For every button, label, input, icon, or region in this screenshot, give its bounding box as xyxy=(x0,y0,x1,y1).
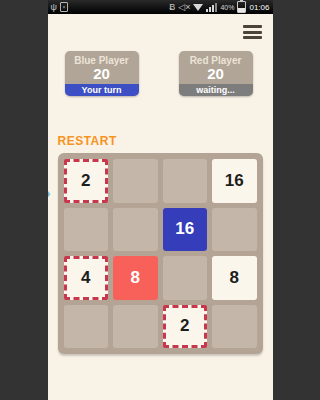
cell-r3-c0 xyxy=(64,305,109,349)
game-board[interactable]: 216164882 xyxy=(58,153,263,354)
battery-icon xyxy=(237,1,246,13)
blue-player-card: Blue Player 20 Your turn xyxy=(65,51,139,96)
tile-2-r0-c0: 2 xyxy=(64,159,109,203)
battery-percent: 40% xyxy=(220,4,234,11)
red-player-card: Red Player 20 waiting... xyxy=(179,51,253,96)
cell-r2-c0: 4 xyxy=(64,256,109,300)
status-bar: ψ × Ƀ ◁× 40% 01:06 xyxy=(48,0,273,14)
usb-icon: ψ xyxy=(51,2,57,12)
cell-r2-c1: 8 xyxy=(113,256,158,300)
clock: 01:06 xyxy=(249,3,269,12)
cell-r0-c0: 2 xyxy=(64,159,109,203)
cell-r2-c3: 8 xyxy=(212,256,257,300)
mute-icon: ◁× xyxy=(178,2,190,12)
hamburger-menu-icon[interactable] xyxy=(243,25,262,42)
red-player-status-badge: waiting... xyxy=(179,84,253,96)
signal-icon xyxy=(206,3,217,12)
cell-r0-c2 xyxy=(163,159,208,203)
status-right-icons: Ƀ ◁× 40% 01:06 xyxy=(169,1,269,13)
status-left-icons: ψ × xyxy=(51,2,68,12)
blue-player-score: 20 xyxy=(65,66,139,82)
tile-4-r2-c0: 4 xyxy=(64,256,109,300)
sim-missing-icon: × xyxy=(60,2,68,12)
cell-r1-c2: 16 xyxy=(163,208,208,252)
wifi-icon xyxy=(193,4,203,11)
tile-8-r2-c3: 8 xyxy=(212,256,257,300)
cell-r0-c3: 16 xyxy=(212,159,257,203)
tile-2-r3-c2: 2 xyxy=(163,305,208,349)
tile-16-r0-c3: 16 xyxy=(212,159,257,203)
cell-r3-c2: 2 xyxy=(163,305,208,349)
cell-r2-c2 xyxy=(163,256,208,300)
tile-16-r1-c2: 16 xyxy=(163,208,208,252)
drawer-handle-chevron[interactable]: › xyxy=(48,182,56,204)
blue-player-status-badge: Your turn xyxy=(65,84,139,96)
cell-r1-c1 xyxy=(113,208,158,252)
restart-button[interactable]: RESTART xyxy=(58,134,117,148)
cell-r1-c3 xyxy=(212,208,257,252)
tile-8-r2-c1: 8 xyxy=(113,256,158,300)
app-screen: ψ × Ƀ ◁× 40% 01:06 Blue Player 20 Your t… xyxy=(48,0,273,400)
cell-r3-c3 xyxy=(212,305,257,349)
cell-r0-c1 xyxy=(113,159,158,203)
cell-r3-c1 xyxy=(113,305,158,349)
bluetooth-icon: Ƀ xyxy=(169,2,175,12)
red-player-score: 20 xyxy=(179,66,253,82)
cell-r1-c0 xyxy=(64,208,109,252)
